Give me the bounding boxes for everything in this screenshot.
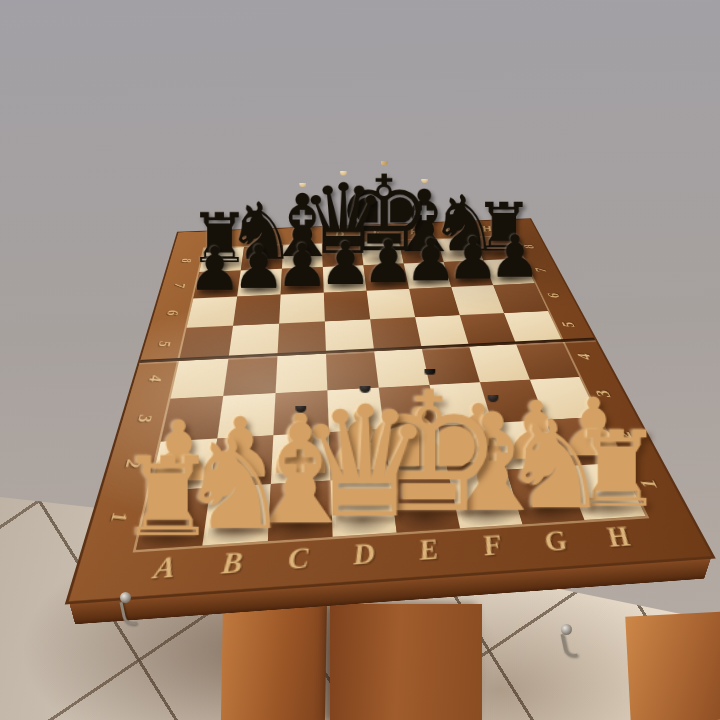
square-e6 xyxy=(367,289,416,319)
square-b4 xyxy=(223,356,277,396)
rank-label-left-8: 8 xyxy=(163,251,208,271)
square-e5 xyxy=(370,317,422,351)
rank-label-right-8: 8 xyxy=(506,237,553,256)
clasp-hook-left xyxy=(120,592,131,603)
rank-label-left-6: 6 xyxy=(146,300,197,325)
photo-scene: ABCDEFGH ABCDEFGH 87654321 87654321 ♜♞♝♛… xyxy=(0,0,720,720)
piece-white-rook: ♜ xyxy=(119,443,217,553)
rank-label-left-7: 7 xyxy=(155,274,203,297)
square-a1: ♜ xyxy=(136,488,210,550)
chess-board: ABCDEFGH ABCDEFGH 87654321 87654321 ♜♞♝♛… xyxy=(65,218,716,604)
board-perspective: ABCDEFGH ABCDEFGH 87654321 87654321 ♜♞♝♛… xyxy=(0,0,720,720)
square-b7: ♟ xyxy=(237,269,282,297)
square-d6 xyxy=(324,291,370,322)
square-b5 xyxy=(228,324,279,359)
square-a4 xyxy=(170,359,228,399)
rank-label-right-6: 6 xyxy=(528,284,581,308)
square-c6 xyxy=(279,293,325,324)
rank-label-right-7: 7 xyxy=(517,259,567,280)
square-c7: ♟ xyxy=(281,267,324,295)
square-d7: ♟ xyxy=(323,265,367,292)
clasp-hook-right xyxy=(561,624,572,635)
rank-label-right-5: 5 xyxy=(541,311,598,337)
